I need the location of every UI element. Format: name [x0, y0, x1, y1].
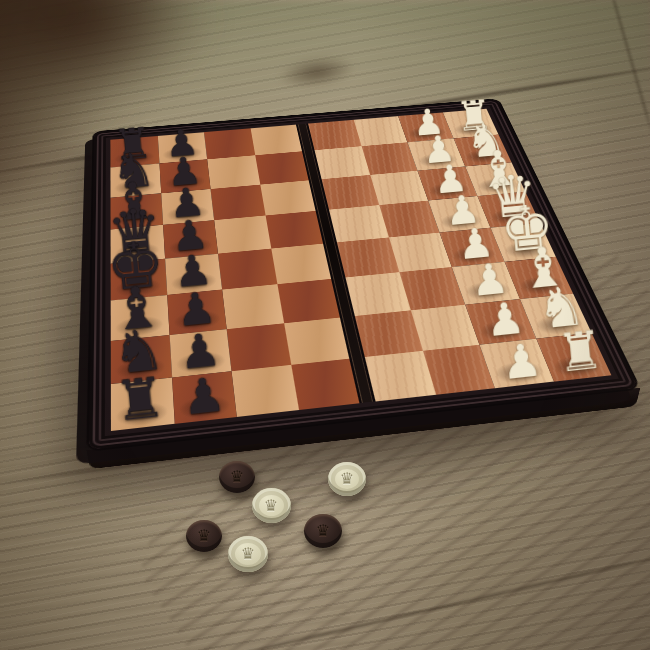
crown-stamp-icon: ♛: [304, 514, 342, 548]
photo-scene: ♜♟♞♟♝♟♛♟♚♟♝♟♞♟♜♟ ♟♜♟♞♟♝♟♛♟♚♟♝♟♞♟♜ ♛♛♛♛♛♛: [0, 0, 650, 650]
checker-white[interactable]: ♛: [252, 488, 291, 523]
checker-black[interactable]: ♛: [219, 461, 255, 493]
checker-white[interactable]: ♛: [228, 536, 268, 572]
checker-black[interactable]: ♛: [304, 514, 342, 548]
checker-black[interactable]: ♛: [186, 520, 222, 552]
checker-white[interactable]: ♛: [328, 462, 366, 496]
crown-stamp-icon: ♛: [328, 462, 366, 496]
crown-stamp-icon: ♛: [219, 461, 255, 493]
crown-stamp-icon: ♛: [252, 488, 291, 523]
crown-stamp-icon: ♛: [186, 520, 222, 552]
checkers-group: ♛♛♛♛♛♛: [0, 0, 650, 650]
crown-stamp-icon: ♛: [228, 536, 268, 572]
